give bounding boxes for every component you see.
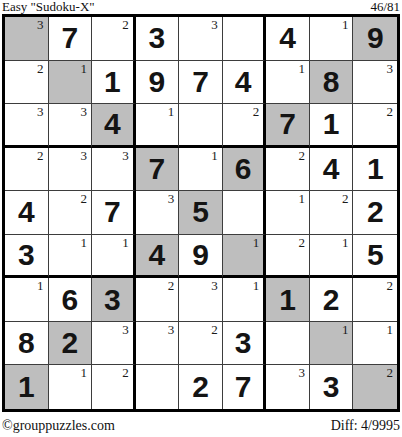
cell-r8c4[interactable]: 3 — [136, 322, 180, 366]
cell-r7c1[interactable]: 1 — [5, 278, 49, 322]
pencil-mark: 3 — [298, 366, 305, 379]
cell-r2c1[interactable]: 2 — [5, 61, 49, 105]
cell-r8c5[interactable]: 2 — [179, 322, 223, 366]
cell-value: 3 — [149, 23, 166, 53]
cell-value: 7 — [149, 154, 166, 184]
cell-value: 3 — [104, 285, 121, 315]
cell-value: 7 — [279, 109, 296, 139]
cell-r2c6[interactable]: 4 — [223, 61, 267, 105]
cell-r5c9[interactable]: 2 — [353, 191, 397, 235]
cell-r3c8[interactable]: 1 — [310, 104, 354, 148]
cell-r9c2[interactable]: 1 — [49, 365, 93, 409]
pencil-mark: 1 — [298, 62, 305, 75]
pencil-mark: 1 — [342, 236, 349, 249]
cell-r1c9[interactable]: 9 — [353, 17, 397, 61]
cell-value: 2 — [323, 285, 340, 315]
cell-r7c4[interactable]: 2 — [136, 278, 180, 322]
cell-r1c3[interactable]: 2 — [92, 17, 136, 61]
cell-r6c2[interactable]: 1 — [49, 235, 93, 279]
pencil-mark: 2 — [387, 105, 394, 118]
cell-r5c8[interactable]: 2 — [310, 191, 354, 235]
cell-r1c1[interactable]: 3 — [5, 17, 49, 61]
cell-r8c6[interactable]: 3 — [223, 322, 267, 366]
cell-r6c9[interactable]: 5 — [353, 235, 397, 279]
pencil-mark: 3 — [122, 149, 129, 162]
cell-r3c1[interactable]: 3 — [5, 104, 49, 148]
cell-r9c8[interactable]: 3 — [310, 365, 354, 409]
pencil-mark: 1 — [253, 236, 260, 249]
cell-value: 5 — [192, 197, 209, 227]
cell-r4c6[interactable]: 6 — [223, 148, 267, 192]
cell-r9c3[interactable]: 2 — [92, 365, 136, 409]
pencil-mark: 1 — [253, 279, 260, 292]
cell-r7c2[interactable]: 6 — [49, 278, 93, 322]
cell-r1c8[interactable]: 1 — [310, 17, 354, 61]
cell-r8c2[interactable]: 2 — [49, 322, 93, 366]
pencil-mark: 2 — [253, 105, 260, 118]
cell-r2c8[interactable]: 8 — [310, 61, 354, 105]
cell-r7c9[interactable]: 2 — [353, 278, 397, 322]
pencil-mark: 3 — [168, 323, 175, 336]
cell-value: 7 — [61, 23, 78, 53]
cell-r6c5[interactable]: 9 — [179, 235, 223, 279]
cell-value: 5 — [367, 240, 384, 270]
pencil-mark: 2 — [298, 149, 305, 162]
pencil-mark: 3 — [211, 18, 218, 31]
cell-r2c9[interactable]: 3 — [353, 61, 397, 105]
footer-bar: ©grouppuzzles.com Diff: 4/9995 — [2, 419, 400, 433]
cell-r1c6[interactable] — [223, 17, 267, 61]
pencil-mark: 3 — [37, 18, 44, 31]
cell-r4c9[interactable]: 1 — [353, 148, 397, 192]
cell-r5c2[interactable]: 2 — [49, 191, 93, 235]
cell-value: 4 — [104, 109, 121, 139]
cell-value: 7 — [104, 197, 121, 227]
cell-value: 8 — [18, 328, 35, 358]
cell-r4c3[interactable]: 3 — [92, 148, 136, 192]
header-bar: Easy "Sudoku-X" 46/81 — [2, 0, 400, 14]
pencil-mark: 3 — [211, 279, 218, 292]
cell-r5c6[interactable] — [223, 191, 267, 235]
pencil-mark: 1 — [37, 279, 44, 292]
cell-r5c4[interactable]: 3 — [136, 191, 180, 235]
cell-r2c7[interactable]: 1 — [266, 61, 310, 105]
cell-r4c4[interactable]: 7 — [136, 148, 180, 192]
progress-counter: 46/81 — [370, 0, 400, 13]
cell-r7c5[interactable]: 3 — [179, 278, 223, 322]
cell-value: 7 — [235, 372, 252, 402]
cell-value: 9 — [367, 23, 384, 53]
cell-r4c5[interactable]: 1 — [179, 148, 223, 192]
pencil-mark: 1 — [387, 323, 394, 336]
pencil-mark: 2 — [168, 279, 175, 292]
pencil-mark: 1 — [211, 149, 218, 162]
cell-r6c8[interactable]: 1 — [310, 235, 354, 279]
cell-r6c1[interactable]: 3 — [5, 235, 49, 279]
cell-r8c9[interactable]: 1 — [353, 322, 397, 366]
cell-value: 4 — [18, 197, 35, 227]
cell-r9c6[interactable]: 7 — [223, 365, 267, 409]
cell-r2c5[interactable]: 7 — [179, 61, 223, 105]
cell-r6c6[interactable]: 1 — [223, 235, 267, 279]
cell-r7c8[interactable]: 2 — [310, 278, 354, 322]
pencil-mark: 2 — [298, 236, 305, 249]
cell-r5c1[interactable]: 4 — [5, 191, 49, 235]
cell-r2c2[interactable]: 1 — [49, 61, 93, 105]
cell-value: 4 — [235, 67, 252, 97]
cell-value: 4 — [149, 240, 166, 270]
cell-r8c1[interactable]: 8 — [5, 322, 49, 366]
cell-value: 8 — [323, 67, 340, 97]
cell-r3c9[interactable]: 2 — [353, 104, 397, 148]
cell-r3c3[interactable]: 4 — [92, 104, 136, 148]
cell-r4c2[interactable]: 3 — [49, 148, 93, 192]
pencil-mark: 2 — [81, 192, 88, 205]
cell-r3c6[interactable]: 2 — [223, 104, 267, 148]
cell-r5c3[interactable]: 7 — [92, 191, 136, 235]
cell-r9c4[interactable] — [136, 365, 180, 409]
cell-r7c3[interactable]: 3 — [92, 278, 136, 322]
pencil-mark: 1 — [81, 62, 88, 75]
cell-r6c3[interactable]: 1 — [92, 235, 136, 279]
pencil-mark: 1 — [81, 366, 88, 379]
pencil-mark: 2 — [122, 366, 129, 379]
cell-r9c7[interactable]: 3 — [266, 365, 310, 409]
cell-r1c7[interactable]: 4 — [266, 17, 310, 61]
pencil-mark: 3 — [81, 149, 88, 162]
pencil-mark: 2 — [211, 323, 218, 336]
pencil-mark: 3 — [81, 105, 88, 118]
cell-value: 4 — [279, 23, 296, 53]
cell-r3c4[interactable]: 1 — [136, 104, 180, 148]
cell-r9c9[interactable]: 2 — [353, 365, 397, 409]
cell-value: 2 — [61, 328, 78, 358]
pencil-mark: 1 — [168, 105, 175, 118]
cell-value: 9 — [149, 67, 166, 97]
cell-r6c4[interactable]: 4 — [136, 235, 180, 279]
pencil-mark: 3 — [387, 62, 394, 75]
cell-r4c7[interactable]: 2 — [266, 148, 310, 192]
cell-value: 2 — [367, 197, 384, 227]
cell-value: 1 — [104, 67, 121, 97]
cell-r1c2[interactable]: 7 — [49, 17, 93, 61]
pencil-mark: 1 — [342, 323, 349, 336]
pencil-mark: 3 — [168, 192, 175, 205]
copyright-text: ©grouppuzzles.com — [2, 419, 115, 433]
pencil-mark: 2 — [342, 192, 349, 205]
cell-value: 3 — [235, 328, 252, 358]
pencil-mark: 1 — [342, 18, 349, 31]
sudoku-board: 3723341921197418333412712233716241427351… — [2, 14, 400, 412]
cell-r1c4[interactable]: 3 — [136, 17, 180, 61]
cell-r5c7[interactable]: 1 — [266, 191, 310, 235]
cell-value: 3 — [323, 372, 340, 402]
cell-value: 1 — [279, 285, 296, 315]
cell-value: 7 — [192, 67, 209, 97]
cell-r8c8[interactable]: 1 — [310, 322, 354, 366]
pencil-mark: 2 — [37, 149, 44, 162]
cell-value: 2 — [192, 372, 209, 402]
cell-r2c4[interactable]: 9 — [136, 61, 180, 105]
cell-value: 6 — [235, 154, 252, 184]
cell-r7c7[interactable]: 1 — [266, 278, 310, 322]
cell-value: 1 — [367, 154, 384, 184]
pencil-mark: 2 — [387, 366, 394, 379]
puzzle-title: Easy "Sudoku-X" — [2, 0, 95, 13]
cell-r5c5[interactable]: 5 — [179, 191, 223, 235]
cell-value: 1 — [323, 109, 340, 139]
pencil-mark: 2 — [387, 279, 394, 292]
cell-r3c2[interactable]: 3 — [49, 104, 93, 148]
pencil-mark: 3 — [122, 323, 129, 336]
pencil-mark: 2 — [37, 62, 44, 75]
cell-r3c7[interactable]: 7 — [266, 104, 310, 148]
cell-r9c5[interactable]: 2 — [179, 365, 223, 409]
cell-r8c7[interactable] — [266, 322, 310, 366]
pencil-mark: 1 — [298, 192, 305, 205]
cell-r2c3[interactable]: 1 — [92, 61, 136, 105]
cell-r1c5[interactable]: 3 — [179, 17, 223, 61]
cell-value: 9 — [192, 240, 209, 270]
cell-r4c1[interactable]: 2 — [5, 148, 49, 192]
cell-value: 6 — [61, 285, 78, 315]
pencil-mark: 1 — [81, 236, 88, 249]
pencil-mark: 2 — [122, 18, 129, 31]
cell-value: 4 — [323, 154, 340, 184]
pencil-mark: 3 — [37, 105, 44, 118]
cell-r4c8[interactable]: 4 — [310, 148, 354, 192]
cell-r8c3[interactable]: 3 — [92, 322, 136, 366]
cell-r3c5[interactable] — [179, 104, 223, 148]
difficulty-text: Diff: 4/9995 — [331, 419, 400, 433]
cell-value: 1 — [18, 372, 35, 402]
cell-value: 3 — [18, 240, 35, 270]
cell-r7c6[interactable]: 1 — [223, 278, 267, 322]
pencil-mark: 1 — [122, 236, 129, 249]
cell-r6c7[interactable]: 2 — [266, 235, 310, 279]
cell-r9c1[interactable]: 1 — [5, 365, 49, 409]
